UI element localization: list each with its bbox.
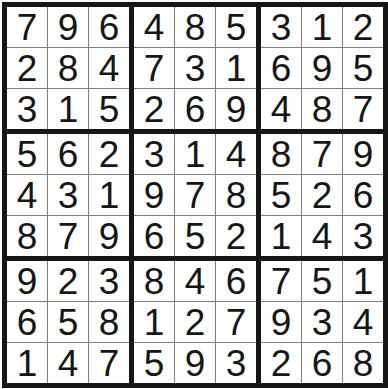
sudoku-cell-r7c9[interactable]: 1 bbox=[343, 261, 383, 301]
sudoku-cell-r4c7[interactable]: 8 bbox=[261, 134, 301, 174]
sudoku-block-8: 846127593 bbox=[134, 261, 256, 383]
sudoku-cell-r4c5[interactable]: 1 bbox=[175, 134, 215, 174]
sudoku-cell-r1c6[interactable]: 5 bbox=[216, 7, 256, 47]
sudoku-cell-r7c7[interactable]: 7 bbox=[261, 261, 301, 301]
sudoku-cell-r3c6[interactable]: 9 bbox=[216, 89, 256, 129]
sudoku-cell-r2c4[interactable]: 7 bbox=[134, 48, 174, 88]
sudoku-cell-r6c6[interactable]: 2 bbox=[216, 216, 256, 256]
sudoku-cell-r3c7[interactable]: 4 bbox=[261, 89, 301, 129]
sudoku-cell-r4c6[interactable]: 4 bbox=[216, 134, 256, 174]
sudoku-cell-r8c3[interactable]: 8 bbox=[89, 302, 129, 342]
sudoku-cell-r3c3[interactable]: 5 bbox=[89, 89, 129, 129]
sudoku-cell-r4c9[interactable]: 9 bbox=[343, 134, 383, 174]
sudoku-cell-r2c5[interactable]: 3 bbox=[175, 48, 215, 88]
sudoku-cell-r6c1[interactable]: 8 bbox=[7, 216, 47, 256]
sudoku-cell-r3c8[interactable]: 8 bbox=[302, 89, 342, 129]
sudoku-cell-r2c7[interactable]: 6 bbox=[261, 48, 301, 88]
sudoku-cell-r5c3[interactable]: 1 bbox=[89, 175, 129, 215]
sudoku-cell-r3c5[interactable]: 6 bbox=[175, 89, 215, 129]
sudoku-cell-r7c4[interactable]: 8 bbox=[134, 261, 174, 301]
sudoku-cell-r7c8[interactable]: 5 bbox=[302, 261, 342, 301]
sudoku-cell-r1c1[interactable]: 7 bbox=[7, 7, 47, 47]
sudoku-cell-r9c2[interactable]: 4 bbox=[48, 343, 88, 383]
sudoku-cell-r1c8[interactable]: 1 bbox=[302, 7, 342, 47]
sudoku-cell-r4c3[interactable]: 2 bbox=[89, 134, 129, 174]
sudoku-cell-r1c9[interactable]: 2 bbox=[343, 7, 383, 47]
sudoku-cell-r5c7[interactable]: 5 bbox=[261, 175, 301, 215]
sudoku-board: 7962843154857312693126954875624318793149… bbox=[2, 2, 388, 388]
sudoku-cell-r1c4[interactable]: 4 bbox=[134, 7, 174, 47]
sudoku-block-3: 312695487 bbox=[261, 7, 383, 129]
sudoku-cell-r5c8[interactable]: 2 bbox=[302, 175, 342, 215]
sudoku-cell-r4c8[interactable]: 7 bbox=[302, 134, 342, 174]
sudoku-cell-r2c1[interactable]: 2 bbox=[7, 48, 47, 88]
sudoku-cell-r7c5[interactable]: 4 bbox=[175, 261, 215, 301]
sudoku-cell-r6c8[interactable]: 4 bbox=[302, 216, 342, 256]
sudoku-cell-r4c1[interactable]: 5 bbox=[7, 134, 47, 174]
sudoku-cell-r9c9[interactable]: 8 bbox=[343, 343, 383, 383]
sudoku-cell-r3c4[interactable]: 2 bbox=[134, 89, 174, 129]
sudoku-cell-r2c9[interactable]: 5 bbox=[343, 48, 383, 88]
sudoku-cell-r8c5[interactable]: 2 bbox=[175, 302, 215, 342]
sudoku-cell-r8c6[interactable]: 7 bbox=[216, 302, 256, 342]
sudoku-cell-r7c1[interactable]: 9 bbox=[7, 261, 47, 301]
sudoku-cell-r2c2[interactable]: 8 bbox=[48, 48, 88, 88]
page-background: 7962843154857312693126954875624318793149… bbox=[0, 0, 388, 389]
sudoku-block-7: 923658147 bbox=[7, 261, 129, 383]
sudoku-cell-r5c6[interactable]: 8 bbox=[216, 175, 256, 215]
sudoku-cell-r8c9[interactable]: 4 bbox=[343, 302, 383, 342]
sudoku-block-5: 314978652 bbox=[134, 134, 256, 256]
sudoku-cell-r4c2[interactable]: 6 bbox=[48, 134, 88, 174]
sudoku-cell-r9c3[interactable]: 7 bbox=[89, 343, 129, 383]
sudoku-cell-r8c7[interactable]: 9 bbox=[261, 302, 301, 342]
sudoku-cell-r7c3[interactable]: 3 bbox=[89, 261, 129, 301]
sudoku-cell-r8c2[interactable]: 5 bbox=[48, 302, 88, 342]
sudoku-cell-r5c1[interactable]: 4 bbox=[7, 175, 47, 215]
sudoku-cell-r4c4[interactable]: 3 bbox=[134, 134, 174, 174]
sudoku-cell-r5c4[interactable]: 9 bbox=[134, 175, 174, 215]
sudoku-cell-r5c5[interactable]: 7 bbox=[175, 175, 215, 215]
sudoku-cell-r5c2[interactable]: 3 bbox=[48, 175, 88, 215]
sudoku-cell-r7c2[interactable]: 2 bbox=[48, 261, 88, 301]
sudoku-cell-r9c5[interactable]: 9 bbox=[175, 343, 215, 383]
sudoku-block-4: 562431879 bbox=[7, 134, 129, 256]
sudoku-cell-r3c1[interactable]: 3 bbox=[7, 89, 47, 129]
sudoku-cell-r8c1[interactable]: 6 bbox=[7, 302, 47, 342]
sudoku-block-9: 751934268 bbox=[261, 261, 383, 383]
sudoku-cell-r9c8[interactable]: 6 bbox=[302, 343, 342, 383]
sudoku-cell-r8c4[interactable]: 1 bbox=[134, 302, 174, 342]
sudoku-cell-r9c1[interactable]: 1 bbox=[7, 343, 47, 383]
sudoku-cell-r2c3[interactable]: 4 bbox=[89, 48, 129, 88]
sudoku-block-1: 796284315 bbox=[7, 7, 129, 129]
sudoku-cell-r5c9[interactable]: 6 bbox=[343, 175, 383, 215]
sudoku-cell-r2c6[interactable]: 1 bbox=[216, 48, 256, 88]
sudoku-block-2: 485731269 bbox=[134, 7, 256, 129]
sudoku-cell-r6c4[interactable]: 6 bbox=[134, 216, 174, 256]
sudoku-cell-r3c9[interactable]: 7 bbox=[343, 89, 383, 129]
sudoku-cell-r6c3[interactable]: 9 bbox=[89, 216, 129, 256]
sudoku-cell-r9c7[interactable]: 2 bbox=[261, 343, 301, 383]
sudoku-cell-r1c7[interactable]: 3 bbox=[261, 7, 301, 47]
sudoku-cell-r1c3[interactable]: 6 bbox=[89, 7, 129, 47]
sudoku-cell-r6c7[interactable]: 1 bbox=[261, 216, 301, 256]
sudoku-block-6: 879526143 bbox=[261, 134, 383, 256]
sudoku-cell-r9c6[interactable]: 3 bbox=[216, 343, 256, 383]
sudoku-cell-r7c6[interactable]: 6 bbox=[216, 261, 256, 301]
sudoku-cell-r2c8[interactable]: 9 bbox=[302, 48, 342, 88]
sudoku-cell-r1c5[interactable]: 8 bbox=[175, 7, 215, 47]
sudoku-cell-r8c8[interactable]: 3 bbox=[302, 302, 342, 342]
sudoku-cell-r9c4[interactable]: 5 bbox=[134, 343, 174, 383]
sudoku-cell-r6c2[interactable]: 7 bbox=[48, 216, 88, 256]
sudoku-cell-r6c9[interactable]: 3 bbox=[343, 216, 383, 256]
sudoku-cell-r3c2[interactable]: 1 bbox=[48, 89, 88, 129]
sudoku-cell-r6c5[interactable]: 5 bbox=[175, 216, 215, 256]
sudoku-cell-r1c2[interactable]: 9 bbox=[48, 7, 88, 47]
